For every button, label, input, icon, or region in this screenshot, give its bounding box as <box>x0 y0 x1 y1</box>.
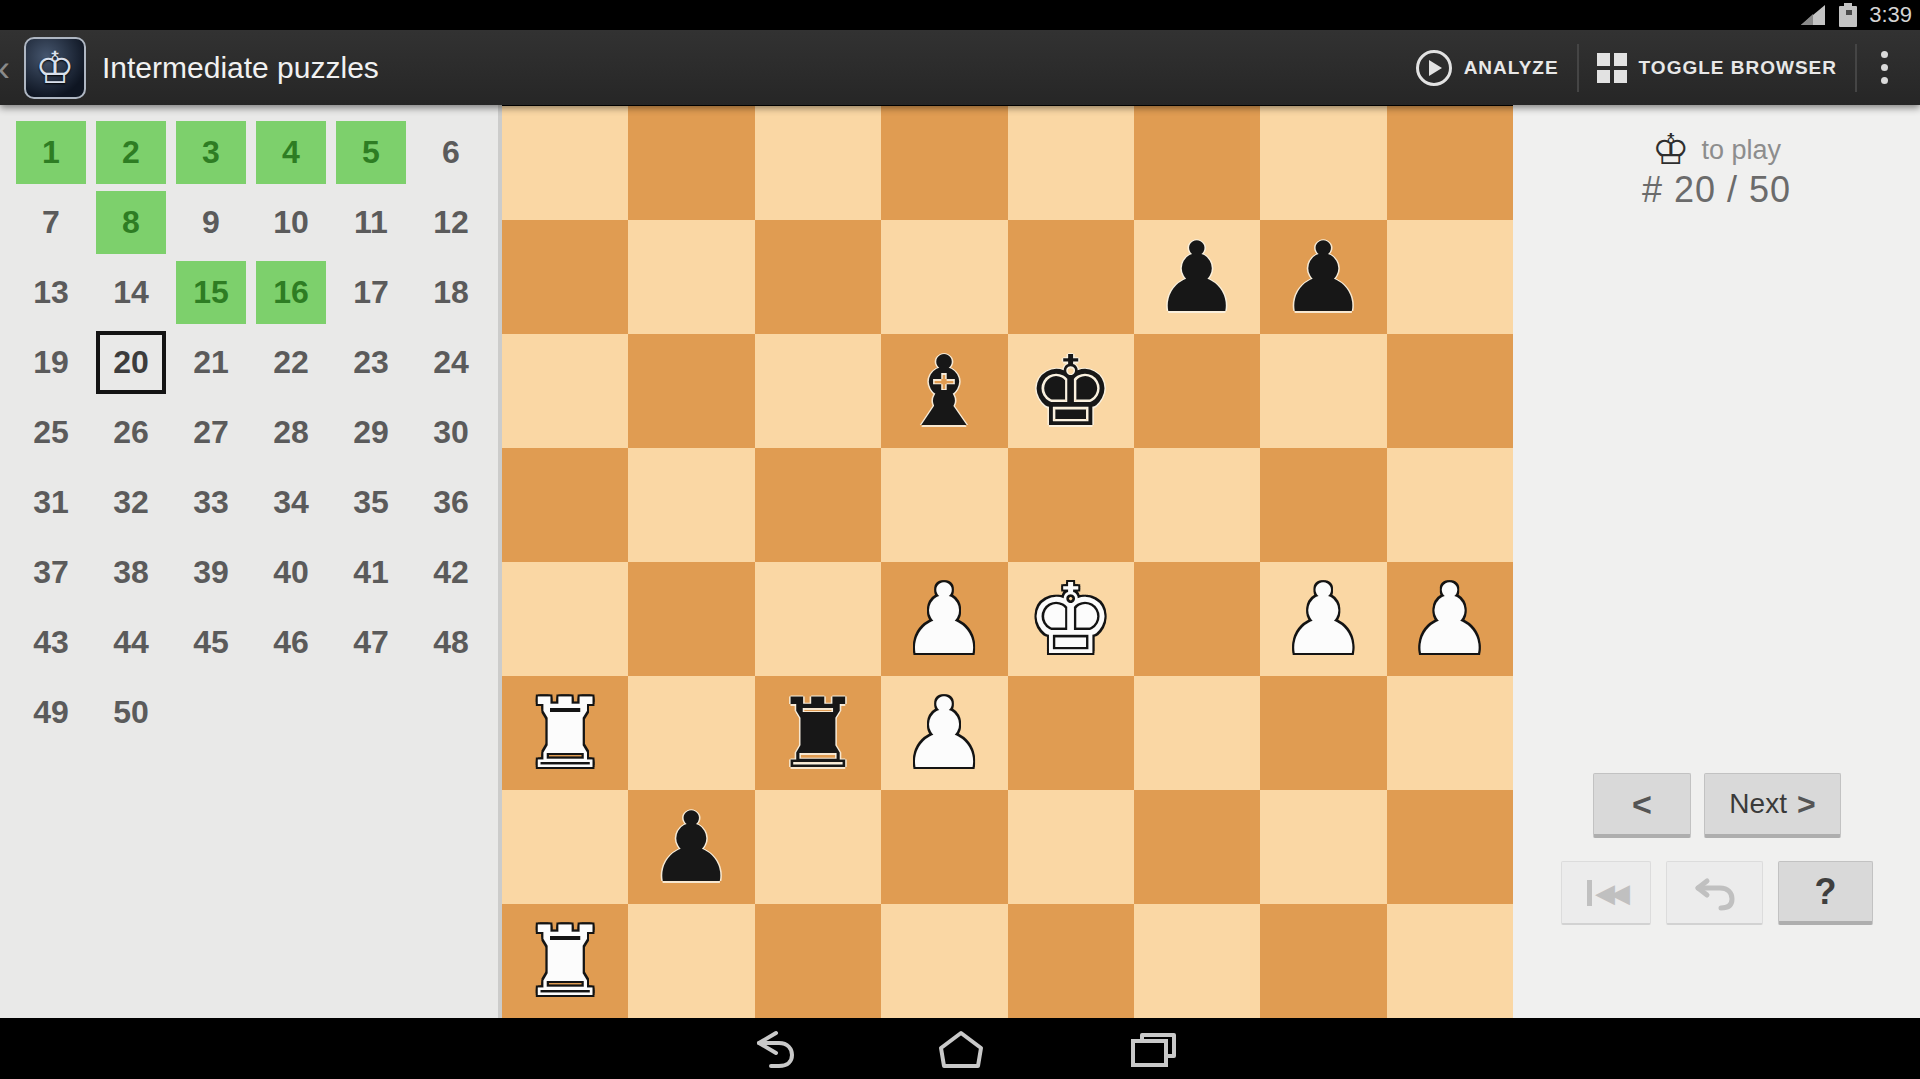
white-king-icon: ♔ <box>1652 129 1690 171</box>
puzzle-cell-37[interactable]: 37 <box>16 541 86 604</box>
square-h7[interactable] <box>1387 220 1513 334</box>
square-f6[interactable] <box>1134 334 1260 448</box>
square-a2[interactable] <box>502 790 628 904</box>
square-h1[interactable] <box>1387 904 1513 1018</box>
puzzle-cell-8[interactable]: 8 <box>96 191 166 254</box>
square-c5[interactable] <box>755 448 881 562</box>
square-g8[interactable] <box>1260 106 1386 220</box>
toggle-browser-label: TOGGLE BROWSER <box>1639 57 1837 79</box>
square-c1[interactable] <box>755 904 881 1018</box>
black-pawn[interactable]: ♟ <box>648 799 735 896</box>
puzzle-cell-46[interactable]: 46 <box>256 611 326 674</box>
square-g3[interactable] <box>1260 676 1386 790</box>
puzzle-cell-6[interactable]: 6 <box>416 121 486 184</box>
overflow-menu-icon[interactable] <box>1875 47 1894 88</box>
puzzle-cell-27[interactable]: 27 <box>176 401 246 464</box>
square-d8[interactable] <box>881 106 1007 220</box>
to-play-label: to play <box>1702 135 1782 166</box>
puzzle-cell-49[interactable]: 49 <box>16 681 86 744</box>
white-pawn[interactable]: ♟ <box>901 685 988 782</box>
play-circle-icon <box>1416 50 1452 86</box>
undo-icon <box>1693 875 1737 911</box>
square-e7[interactable] <box>1008 220 1134 334</box>
puzzle-cell-19[interactable]: 19 <box>16 331 86 394</box>
square-a5[interactable] <box>502 448 628 562</box>
puzzle-cell-3[interactable]: 3 <box>176 121 246 184</box>
puzzle-cell-44[interactable]: 44 <box>96 611 166 674</box>
square-f4[interactable] <box>1134 562 1260 676</box>
puzzle-cell-22[interactable]: 22 <box>256 331 326 394</box>
puzzle-panel: 1234567891011121314151617181920212223242… <box>0 105 502 1018</box>
puzzle-cell-33[interactable]: 33 <box>176 471 246 534</box>
previous-puzzle-button[interactable]: < <box>1593 773 1691 838</box>
black-king[interactable]: ♚ <box>1027 343 1114 440</box>
square-c7[interactable] <box>755 220 881 334</box>
puzzle-cell-24[interactable]: 24 <box>416 331 486 394</box>
toggle-browser-button[interactable]: TOGGLE BROWSER <box>1597 53 1837 83</box>
square-e5[interactable] <box>1008 448 1134 562</box>
square-b3[interactable] <box>628 676 754 790</box>
puzzle-cell-40[interactable]: 40 <box>256 541 326 604</box>
square-a1[interactable]: ♜ <box>502 904 628 1018</box>
black-rook[interactable]: ♜ <box>774 685 861 782</box>
square-h2[interactable] <box>1387 790 1513 904</box>
app-icon[interactable]: ♔ <box>24 37 86 99</box>
puzzle-cell-25[interactable]: 25 <box>16 401 86 464</box>
square-h6[interactable] <box>1387 334 1513 448</box>
square-h8[interactable] <box>1387 106 1513 220</box>
app-icon-king-glyph: ♔ <box>35 37 74 99</box>
undo-move-button[interactable] <box>1666 861 1763 925</box>
puzzle-counter: # 20 / 50 <box>1513 169 1920 211</box>
chevron-left-icon: < <box>1632 785 1652 824</box>
puzzle-cell-10[interactable]: 10 <box>256 191 326 254</box>
puzzle-cell-32[interactable]: 32 <box>96 471 166 534</box>
square-h5[interactable] <box>1387 448 1513 562</box>
square-f8[interactable] <box>1134 106 1260 220</box>
puzzle-cell-5[interactable]: 5 <box>336 121 406 184</box>
square-g2[interactable] <box>1260 790 1386 904</box>
square-d6[interactable]: ♝ <box>881 334 1007 448</box>
hint-button[interactable]: ? <box>1778 861 1873 925</box>
screen: { "game": "chess", "position": { "fen": … <box>0 0 1920 1079</box>
divider <box>1577 44 1579 92</box>
status-bar: 3:39 <box>0 0 1920 30</box>
square-d7[interactable] <box>881 220 1007 334</box>
puzzle-cell-30[interactable]: 30 <box>416 401 486 464</box>
square-f7[interactable]: ♟ <box>1134 220 1260 334</box>
square-h3[interactable] <box>1387 676 1513 790</box>
puzzle-cell-48[interactable]: 48 <box>416 611 486 674</box>
puzzle-cell-28[interactable]: 28 <box>256 401 326 464</box>
square-a6[interactable] <box>502 334 628 448</box>
square-e3[interactable] <box>1008 676 1134 790</box>
appbar-actions: ANALYZE TOGGLE BROWSER <box>1416 30 1894 105</box>
puzzle-cell-47[interactable]: 47 <box>336 611 406 674</box>
puzzle-cell-4[interactable]: 4 <box>256 121 326 184</box>
square-b2[interactable]: ♟ <box>628 790 754 904</box>
white-pawn[interactable]: ♟ <box>1280 571 1367 668</box>
puzzle-cell-29[interactable]: 29 <box>336 401 406 464</box>
puzzle-cell-9[interactable]: 9 <box>176 191 246 254</box>
back-nav-icon[interactable] <box>746 1028 796 1070</box>
square-d3[interactable]: ♟ <box>881 676 1007 790</box>
square-e4[interactable]: ♚ <box>1008 562 1134 676</box>
puzzle-cell-36[interactable]: 36 <box>416 471 486 534</box>
divider <box>1855 44 1857 92</box>
puzzle-cell-23[interactable]: 23 <box>336 331 406 394</box>
square-g5[interactable] <box>1260 448 1386 562</box>
puzzle-cell-31[interactable]: 31 <box>16 471 86 534</box>
puzzle-cell-38[interactable]: 38 <box>96 541 166 604</box>
back-caret-icon[interactable]: ‹ <box>0 48 10 90</box>
battery-icon <box>1837 2 1859 28</box>
white-rook[interactable]: ♜ <box>522 913 609 1010</box>
square-d4[interactable]: ♟ <box>881 562 1007 676</box>
square-a4[interactable] <box>502 562 628 676</box>
square-c8[interactable] <box>755 106 881 220</box>
square-h4[interactable]: ♟ <box>1387 562 1513 676</box>
puzzle-cell-35[interactable]: 35 <box>336 471 406 534</box>
square-e8[interactable] <box>1008 106 1134 220</box>
square-b8[interactable] <box>628 106 754 220</box>
analyze-button[interactable]: ANALYZE <box>1416 50 1559 86</box>
square-a3[interactable]: ♜ <box>502 676 628 790</box>
status-clock: 3:39 <box>1869 2 1912 28</box>
page-title: Intermediate puzzles <box>102 30 379 105</box>
puzzle-cell-20[interactable]: 20 <box>96 331 166 394</box>
home-nav-icon[interactable] <box>936 1028 986 1070</box>
puzzle-cell-18[interactable]: 18 <box>416 261 486 324</box>
app-bar: ‹ ♔ Intermediate puzzles ANALYZE TOGGLE … <box>0 30 1920 105</box>
white-pawn[interactable]: ♟ <box>1406 571 1493 668</box>
puzzle-cell-12[interactable]: 12 <box>416 191 486 254</box>
to-play-indicator: ♔ to play <box>1513 129 1920 171</box>
side-panel: ♔ to play # 20 / 50 < Next > ◀◀ ? <box>1513 105 1920 1018</box>
puzzle-cell-34[interactable]: 34 <box>256 471 326 534</box>
signal-icon <box>1799 3 1827 27</box>
square-f1[interactable] <box>1134 904 1260 1018</box>
puzzle-cell-11[interactable]: 11 <box>336 191 406 254</box>
square-c2[interactable] <box>755 790 881 904</box>
puzzle-cell-14[interactable]: 14 <box>96 261 166 324</box>
puzzle-cell-45[interactable]: 45 <box>176 611 246 674</box>
puzzle-cell-2[interactable]: 2 <box>96 121 166 184</box>
skip-to-start-icon: ◀◀ <box>1587 880 1625 906</box>
chess-board: ♟♟♝♚♟♚♟♟♜♜♟♟♜ <box>502 106 1513 1018</box>
square-f5[interactable] <box>1134 448 1260 562</box>
white-pawn[interactable]: ♟ <box>901 571 988 668</box>
square-g6[interactable] <box>1260 334 1386 448</box>
puzzle-cell-21[interactable]: 21 <box>176 331 246 394</box>
square-b1[interactable] <box>628 904 754 1018</box>
square-b6[interactable] <box>628 334 754 448</box>
black-pawn[interactable]: ♟ <box>1280 229 1367 326</box>
square-g7[interactable]: ♟ <box>1260 220 1386 334</box>
puzzle-cell-50[interactable]: 50 <box>96 681 166 744</box>
next-label: Next <box>1729 788 1787 820</box>
next-puzzle-button[interactable]: Next > <box>1704 773 1841 838</box>
puzzle-cell-16[interactable]: 16 <box>256 261 326 324</box>
puzzle-cell-43[interactable]: 43 <box>16 611 86 674</box>
restart-position-button[interactable]: ◀◀ <box>1561 861 1651 925</box>
square-d5[interactable] <box>881 448 1007 562</box>
navigation-bar <box>0 1018 1920 1079</box>
square-f2[interactable] <box>1134 790 1260 904</box>
white-king[interactable]: ♚ <box>1027 571 1114 668</box>
square-c3[interactable]: ♜ <box>755 676 881 790</box>
square-a7[interactable] <box>502 220 628 334</box>
square-a8[interactable] <box>502 106 628 220</box>
puzzle-cell-7[interactable]: 7 <box>16 191 86 254</box>
puzzle-cell-39[interactable]: 39 <box>176 541 246 604</box>
square-c4[interactable] <box>755 562 881 676</box>
square-b4[interactable] <box>628 562 754 676</box>
square-e1[interactable] <box>1008 904 1134 1018</box>
square-e6[interactable]: ♚ <box>1008 334 1134 448</box>
square-b7[interactable] <box>628 220 754 334</box>
analyze-label: ANALYZE <box>1464 57 1559 79</box>
puzzle-cell-26[interactable]: 26 <box>96 401 166 464</box>
square-g1[interactable] <box>1260 904 1386 1018</box>
square-c6[interactable] <box>755 334 881 448</box>
square-d1[interactable] <box>881 904 1007 1018</box>
puzzle-cell-1[interactable]: 1 <box>16 121 86 184</box>
square-f3[interactable] <box>1134 676 1260 790</box>
black-bishop[interactable]: ♝ <box>901 343 988 440</box>
puzzle-cell-13[interactable]: 13 <box>16 261 86 324</box>
puzzle-cell-17[interactable]: 17 <box>336 261 406 324</box>
grid-icon <box>1597 53 1627 83</box>
puzzle-cell-41[interactable]: 41 <box>336 541 406 604</box>
square-b5[interactable] <box>628 448 754 562</box>
puzzle-cell-15[interactable]: 15 <box>176 261 246 324</box>
recents-nav-icon[interactable] <box>1128 1028 1178 1070</box>
white-rook[interactable]: ♜ <box>522 685 609 782</box>
question-mark-label: ? <box>1815 871 1837 913</box>
square-d2[interactable] <box>881 790 1007 904</box>
square-g4[interactable]: ♟ <box>1260 562 1386 676</box>
puzzle-cell-42[interactable]: 42 <box>416 541 486 604</box>
puzzle-grid: 1234567891011121314151617181920212223242… <box>16 121 486 744</box>
chevron-right-icon: > <box>1797 786 1816 823</box>
black-pawn[interactable]: ♟ <box>1154 229 1241 326</box>
square-e2[interactable] <box>1008 790 1134 904</box>
